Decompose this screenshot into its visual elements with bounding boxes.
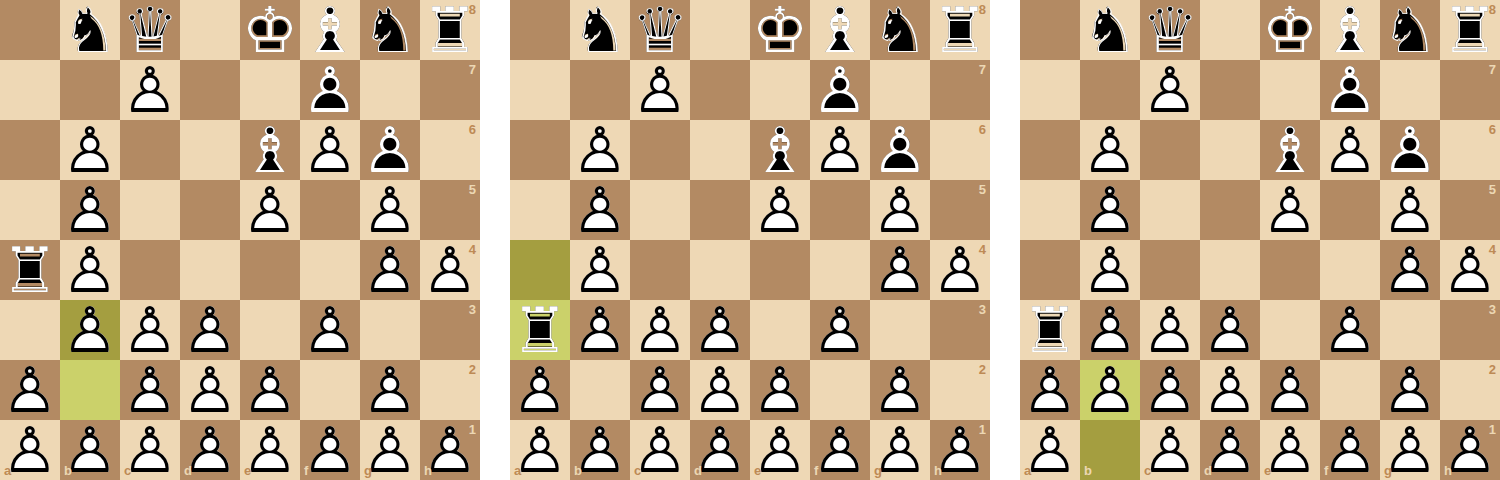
black-bishop[interactable]: ♝♗ [1320, 0, 1380, 60]
square-g7[interactable] [360, 60, 420, 120]
square-a7[interactable] [0, 60, 60, 120]
square-f5[interactable] [810, 180, 870, 240]
square-h1[interactable]: ♟♙h1 [420, 420, 480, 480]
square-h3[interactable]: 3 [930, 300, 990, 360]
square-f8[interactable]: ♝♗ [1320, 0, 1380, 60]
square-b3[interactable]: ♟♙ [570, 300, 630, 360]
square-c8[interactable]: ♛♕ [1140, 0, 1200, 60]
square-f1[interactable]: ♟♙f [300, 420, 360, 480]
square-g4[interactable]: ♟♙ [360, 240, 420, 300]
square-h2[interactable]: 2 [1440, 360, 1500, 420]
black-rook[interactable]: ♜♖ [420, 0, 480, 60]
white-pawn[interactable]: ♟♙ [240, 360, 300, 420]
square-d8[interactable] [180, 0, 240, 60]
square-e4[interactable] [240, 240, 300, 300]
square-c6[interactable] [120, 120, 180, 180]
square-b6[interactable]: ♟♙ [1080, 120, 1140, 180]
square-f8[interactable]: ♝♗ [810, 0, 870, 60]
white-pawn[interactable]: ♟♙ [1260, 420, 1320, 480]
white-pawn[interactable]: ♟♙ [690, 300, 750, 360]
square-h6[interactable]: 6 [420, 120, 480, 180]
square-h5[interactable]: 5 [930, 180, 990, 240]
square-g2[interactable]: ♟♙ [360, 360, 420, 420]
square-f1[interactable]: ♟♙f [810, 420, 870, 480]
square-g5[interactable]: ♟♙ [870, 180, 930, 240]
square-d5[interactable] [1200, 180, 1260, 240]
square-g6[interactable]: ♟♙ [360, 120, 420, 180]
square-h1[interactable]: ♟♙h1 [930, 420, 990, 480]
square-b4[interactable]: ♟♙ [570, 240, 630, 300]
black-pawn[interactable]: ♟♙ [360, 120, 420, 180]
white-pawn[interactable]: ♟♙ [420, 240, 480, 300]
square-b7[interactable] [1080, 60, 1140, 120]
square-f4[interactable] [810, 240, 870, 300]
black-bishop[interactable]: ♝♗ [810, 0, 870, 60]
white-pawn[interactable]: ♟♙ [1080, 360, 1140, 420]
square-b5[interactable]: ♟♙ [1080, 180, 1140, 240]
square-b6[interactable]: ♟♙ [570, 120, 630, 180]
white-pawn[interactable]: ♟♙ [570, 120, 630, 180]
square-h2[interactable]: 2 [420, 360, 480, 420]
square-d8[interactable] [690, 0, 750, 60]
square-a5[interactable] [1020, 180, 1080, 240]
square-d4[interactable] [1200, 240, 1260, 300]
square-d6[interactable] [1200, 120, 1260, 180]
square-a4[interactable]: ♜♖ [0, 240, 60, 300]
square-f7[interactable]: ♟♙ [300, 60, 360, 120]
white-pawn[interactable]: ♟♙ [510, 360, 570, 420]
square-d5[interactable] [180, 180, 240, 240]
white-pawn[interactable]: ♟♙ [1200, 360, 1260, 420]
white-pawn[interactable]: ♟♙ [300, 300, 360, 360]
square-b1[interactable]: b [1080, 420, 1140, 480]
white-pawn[interactable]: ♟♙ [570, 420, 630, 480]
square-e5[interactable]: ♟♙ [1260, 180, 1320, 240]
square-h3[interactable]: 3 [1440, 300, 1500, 360]
white-pawn[interactable]: ♟♙ [360, 360, 420, 420]
square-h6[interactable]: 6 [930, 120, 990, 180]
square-g4[interactable]: ♟♙ [1380, 240, 1440, 300]
black-rook[interactable]: ♜♖ [510, 300, 570, 360]
white-pawn[interactable]: ♟♙ [120, 300, 180, 360]
square-d7[interactable] [1200, 60, 1260, 120]
square-e1[interactable]: ♟♙e [1260, 420, 1320, 480]
square-e7[interactable] [240, 60, 300, 120]
black-pawn[interactable]: ♟♙ [1380, 120, 1440, 180]
white-pawn[interactable]: ♟♙ [1080, 180, 1140, 240]
square-a6[interactable] [1020, 120, 1080, 180]
white-pawn[interactable]: ♟♙ [810, 120, 870, 180]
square-c3[interactable]: ♟♙ [630, 300, 690, 360]
black-knight[interactable]: ♞♘ [570, 0, 630, 60]
square-f7[interactable]: ♟♙ [810, 60, 870, 120]
square-d1[interactable]: ♟♙d [180, 420, 240, 480]
square-e8[interactable]: ♚♔ [240, 0, 300, 60]
black-pawn[interactable]: ♟♙ [300, 60, 360, 120]
black-knight[interactable]: ♞♘ [360, 0, 420, 60]
square-a7[interactable] [510, 60, 570, 120]
square-a1[interactable]: ♟♙a [1020, 420, 1080, 480]
square-a2[interactable]: ♟♙ [1020, 360, 1080, 420]
square-b7[interactable] [60, 60, 120, 120]
square-f2[interactable] [300, 360, 360, 420]
square-e6[interactable]: ♝♗ [1260, 120, 1320, 180]
square-c2[interactable]: ♟♙ [1140, 360, 1200, 420]
square-a1[interactable]: ♟♙a [0, 420, 60, 480]
square-g8[interactable]: ♞♘ [870, 0, 930, 60]
white-pawn[interactable]: ♟♙ [1140, 60, 1200, 120]
square-b1[interactable]: ♟♙b [570, 420, 630, 480]
white-pawn[interactable]: ♟♙ [630, 360, 690, 420]
square-h7[interactable]: 7 [930, 60, 990, 120]
white-pawn[interactable]: ♟♙ [0, 360, 60, 420]
white-pawn[interactable]: ♟♙ [240, 180, 300, 240]
white-pawn[interactable]: ♟♙ [570, 180, 630, 240]
square-c1[interactable]: ♟♙c [120, 420, 180, 480]
white-pawn[interactable]: ♟♙ [360, 420, 420, 480]
square-e6[interactable]: ♝♗ [750, 120, 810, 180]
square-d8[interactable] [1200, 0, 1260, 60]
square-c4[interactable] [1140, 240, 1200, 300]
white-pawn[interactable]: ♟♙ [120, 60, 180, 120]
square-e7[interactable] [1260, 60, 1320, 120]
square-e2[interactable]: ♟♙ [750, 360, 810, 420]
white-pawn[interactable]: ♟♙ [870, 180, 930, 240]
square-e5[interactable]: ♟♙ [240, 180, 300, 240]
square-c7[interactable]: ♟♙ [630, 60, 690, 120]
black-rook[interactable]: ♜♖ [0, 240, 60, 300]
white-pawn[interactable]: ♟♙ [690, 420, 750, 480]
square-e7[interactable] [750, 60, 810, 120]
square-f5[interactable] [1320, 180, 1380, 240]
white-pawn[interactable]: ♟♙ [60, 120, 120, 180]
black-king[interactable]: ♚♔ [750, 0, 810, 60]
square-b7[interactable] [570, 60, 630, 120]
white-pawn[interactable]: ♟♙ [180, 300, 240, 360]
square-g3[interactable] [1380, 300, 1440, 360]
square-b5[interactable]: ♟♙ [60, 180, 120, 240]
white-pawn[interactable]: ♟♙ [180, 420, 240, 480]
square-d1[interactable]: ♟♙d [1200, 420, 1260, 480]
white-pawn[interactable]: ♟♙ [1200, 300, 1260, 360]
white-pawn[interactable]: ♟♙ [870, 240, 930, 300]
square-e4[interactable] [750, 240, 810, 300]
square-a6[interactable] [0, 120, 60, 180]
white-pawn[interactable]: ♟♙ [180, 360, 240, 420]
square-b2[interactable] [60, 360, 120, 420]
white-pawn[interactable]: ♟♙ [750, 420, 810, 480]
white-pawn[interactable]: ♟♙ [1260, 360, 1320, 420]
square-h7[interactable]: 7 [1440, 60, 1500, 120]
square-f4[interactable] [1320, 240, 1380, 300]
white-pawn[interactable]: ♟♙ [1380, 420, 1440, 480]
square-g7[interactable] [870, 60, 930, 120]
white-pawn[interactable]: ♟♙ [750, 180, 810, 240]
square-a7[interactable] [1020, 60, 1080, 120]
square-a4[interactable] [1020, 240, 1080, 300]
square-h5[interactable]: 5 [1440, 180, 1500, 240]
square-f2[interactable] [1320, 360, 1380, 420]
square-a8[interactable] [0, 0, 60, 60]
white-pawn[interactable]: ♟♙ [1380, 180, 1440, 240]
white-pawn[interactable]: ♟♙ [1440, 240, 1500, 300]
white-pawn[interactable]: ♟♙ [1140, 300, 1200, 360]
square-d4[interactable] [180, 240, 240, 300]
square-a4[interactable] [510, 240, 570, 300]
square-a1[interactable]: ♟♙a [510, 420, 570, 480]
black-queen[interactable]: ♛♕ [1140, 0, 1200, 60]
white-pawn[interactable]: ♟♙ [1020, 420, 1080, 480]
square-f6[interactable]: ♟♙ [810, 120, 870, 180]
black-king[interactable]: ♚♔ [1260, 0, 1320, 60]
square-c5[interactable] [1140, 180, 1200, 240]
square-c5[interactable] [630, 180, 690, 240]
square-g4[interactable]: ♟♙ [870, 240, 930, 300]
black-knight[interactable]: ♞♘ [1380, 0, 1440, 60]
square-f3[interactable]: ♟♙ [810, 300, 870, 360]
square-g8[interactable]: ♞♘ [1380, 0, 1440, 60]
square-a2[interactable]: ♟♙ [0, 360, 60, 420]
square-b3[interactable]: ♟♙ [1080, 300, 1140, 360]
white-pawn[interactable]: ♟♙ [1380, 360, 1440, 420]
square-e4[interactable] [1260, 240, 1320, 300]
black-knight[interactable]: ♞♘ [870, 0, 930, 60]
black-knight[interactable]: ♞♘ [1080, 0, 1140, 60]
square-a3[interactable] [0, 300, 60, 360]
square-c3[interactable]: ♟♙ [1140, 300, 1200, 360]
square-c8[interactable]: ♛♕ [120, 0, 180, 60]
square-a3[interactable]: ♜♖ [510, 300, 570, 360]
square-b1[interactable]: ♟♙b [60, 420, 120, 480]
black-king[interactable]: ♚♔ [240, 0, 300, 60]
square-c6[interactable] [1140, 120, 1200, 180]
white-pawn[interactable]: ♟♙ [1440, 420, 1500, 480]
square-b6[interactable]: ♟♙ [60, 120, 120, 180]
black-bishop[interactable]: ♝♗ [300, 0, 360, 60]
black-queen[interactable]: ♛♕ [630, 0, 690, 60]
white-pawn[interactable]: ♟♙ [630, 60, 690, 120]
white-pawn[interactable]: ♟♙ [300, 420, 360, 480]
square-d4[interactable] [690, 240, 750, 300]
white-pawn[interactable]: ♟♙ [570, 240, 630, 300]
square-e6[interactable]: ♝♗ [240, 120, 300, 180]
square-g6[interactable]: ♟♙ [870, 120, 930, 180]
square-b3[interactable]: ♟♙ [60, 300, 120, 360]
square-d6[interactable] [690, 120, 750, 180]
white-pawn[interactable]: ♟♙ [630, 420, 690, 480]
square-a5[interactable] [0, 180, 60, 240]
square-g1[interactable]: ♟♙g [1380, 420, 1440, 480]
black-bishop[interactable]: ♝♗ [1260, 120, 1320, 180]
square-e2[interactable]: ♟♙ [1260, 360, 1320, 420]
square-h4[interactable]: ♟♙4 [930, 240, 990, 300]
square-e2[interactable]: ♟♙ [240, 360, 300, 420]
square-d2[interactable]: ♟♙ [1200, 360, 1260, 420]
square-e3[interactable] [750, 300, 810, 360]
square-g1[interactable]: ♟♙g [360, 420, 420, 480]
white-pawn[interactable]: ♟♙ [1140, 420, 1200, 480]
square-g2[interactable]: ♟♙ [870, 360, 930, 420]
square-e5[interactable]: ♟♙ [750, 180, 810, 240]
square-d5[interactable] [690, 180, 750, 240]
square-d2[interactable]: ♟♙ [180, 360, 240, 420]
black-queen[interactable]: ♛♕ [120, 0, 180, 60]
square-e1[interactable]: ♟♙e [750, 420, 810, 480]
white-pawn[interactable]: ♟♙ [1260, 180, 1320, 240]
square-f7[interactable]: ♟♙ [1320, 60, 1380, 120]
black-rook[interactable]: ♜♖ [1020, 300, 1080, 360]
square-g5[interactable]: ♟♙ [1380, 180, 1440, 240]
square-e3[interactable] [240, 300, 300, 360]
square-h8[interactable]: ♜♖8 [1440, 0, 1500, 60]
square-c4[interactable] [120, 240, 180, 300]
white-pawn[interactable]: ♟♙ [1020, 360, 1080, 420]
white-pawn[interactable]: ♟♙ [60, 300, 120, 360]
white-pawn[interactable]: ♟♙ [1320, 120, 1380, 180]
white-pawn[interactable]: ♟♙ [1080, 120, 1140, 180]
square-b2[interactable]: ♟♙ [1080, 360, 1140, 420]
white-pawn[interactable]: ♟♙ [1080, 240, 1140, 300]
square-f1[interactable]: ♟♙f [1320, 420, 1380, 480]
black-pawn[interactable]: ♟♙ [870, 120, 930, 180]
white-pawn[interactable]: ♟♙ [1140, 360, 1200, 420]
black-bishop[interactable]: ♝♗ [750, 120, 810, 180]
square-h1[interactable]: ♟♙h1 [1440, 420, 1500, 480]
black-pawn[interactable]: ♟♙ [810, 60, 870, 120]
square-c6[interactable] [630, 120, 690, 180]
white-pawn[interactable]: ♟♙ [510, 420, 570, 480]
square-b4[interactable]: ♟♙ [1080, 240, 1140, 300]
square-g1[interactable]: ♟♙g [870, 420, 930, 480]
white-pawn[interactable]: ♟♙ [60, 420, 120, 480]
white-pawn[interactable]: ♟♙ [1320, 300, 1380, 360]
square-d3[interactable]: ♟♙ [180, 300, 240, 360]
square-e3[interactable] [1260, 300, 1320, 360]
square-e8[interactable]: ♚♔ [750, 0, 810, 60]
white-pawn[interactable]: ♟♙ [1320, 420, 1380, 480]
square-a2[interactable]: ♟♙ [510, 360, 570, 420]
white-pawn[interactable]: ♟♙ [60, 240, 120, 300]
white-pawn[interactable]: ♟♙ [870, 360, 930, 420]
square-d7[interactable] [180, 60, 240, 120]
square-g7[interactable] [1380, 60, 1440, 120]
square-f5[interactable] [300, 180, 360, 240]
white-pawn[interactable]: ♟♙ [0, 420, 60, 480]
white-pawn[interactable]: ♟♙ [120, 420, 180, 480]
square-c1[interactable]: ♟♙c [1140, 420, 1200, 480]
square-f3[interactable]: ♟♙ [1320, 300, 1380, 360]
square-h8[interactable]: ♜♖8 [420, 0, 480, 60]
square-f6[interactable]: ♟♙ [1320, 120, 1380, 180]
square-f2[interactable] [810, 360, 870, 420]
square-c3[interactable]: ♟♙ [120, 300, 180, 360]
white-pawn[interactable]: ♟♙ [420, 420, 480, 480]
white-pawn[interactable]: ♟♙ [750, 360, 810, 420]
square-g8[interactable]: ♞♘ [360, 0, 420, 60]
white-pawn[interactable]: ♟♙ [690, 360, 750, 420]
square-d7[interactable] [690, 60, 750, 120]
white-pawn[interactable]: ♟♙ [810, 300, 870, 360]
square-g3[interactable] [870, 300, 930, 360]
square-a5[interactable] [510, 180, 570, 240]
square-h3[interactable]: 3 [420, 300, 480, 360]
square-d3[interactable]: ♟♙ [690, 300, 750, 360]
white-pawn[interactable]: ♟♙ [810, 420, 870, 480]
white-pawn[interactable]: ♟♙ [570, 300, 630, 360]
white-pawn[interactable]: ♟♙ [360, 180, 420, 240]
white-pawn[interactable]: ♟♙ [300, 120, 360, 180]
square-c5[interactable] [120, 180, 180, 240]
white-pawn[interactable]: ♟♙ [1200, 420, 1260, 480]
white-pawn[interactable]: ♟♙ [1080, 300, 1140, 360]
white-pawn[interactable]: ♟♙ [120, 360, 180, 420]
square-a3[interactable]: ♜♖ [1020, 300, 1080, 360]
square-e8[interactable]: ♚♔ [1260, 0, 1320, 60]
black-knight[interactable]: ♞♘ [60, 0, 120, 60]
square-d1[interactable]: ♟♙d [690, 420, 750, 480]
white-pawn[interactable]: ♟♙ [930, 240, 990, 300]
square-b5[interactable]: ♟♙ [570, 180, 630, 240]
black-bishop[interactable]: ♝♗ [240, 120, 300, 180]
square-c2[interactable]: ♟♙ [120, 360, 180, 420]
black-rook[interactable]: ♜♖ [930, 0, 990, 60]
square-b8[interactable]: ♞♘ [60, 0, 120, 60]
square-c8[interactable]: ♛♕ [630, 0, 690, 60]
square-h4[interactable]: ♟♙4 [1440, 240, 1500, 300]
square-g3[interactable] [360, 300, 420, 360]
square-f4[interactable] [300, 240, 360, 300]
square-a6[interactable] [510, 120, 570, 180]
square-g2[interactable]: ♟♙ [1380, 360, 1440, 420]
square-d3[interactable]: ♟♙ [1200, 300, 1260, 360]
black-rook[interactable]: ♜♖ [1440, 0, 1500, 60]
square-c2[interactable]: ♟♙ [630, 360, 690, 420]
square-b2[interactable] [570, 360, 630, 420]
black-pawn[interactable]: ♟♙ [1320, 60, 1380, 120]
square-h2[interactable]: 2 [930, 360, 990, 420]
square-e1[interactable]: ♟♙e [240, 420, 300, 480]
white-pawn[interactable]: ♟♙ [870, 420, 930, 480]
square-d6[interactable] [180, 120, 240, 180]
white-pawn[interactable]: ♟♙ [360, 240, 420, 300]
square-c1[interactable]: ♟♙c [630, 420, 690, 480]
square-b8[interactable]: ♞♘ [1080, 0, 1140, 60]
square-h4[interactable]: ♟♙4 [420, 240, 480, 300]
square-f8[interactable]: ♝♗ [300, 0, 360, 60]
white-pawn[interactable]: ♟♙ [60, 180, 120, 240]
white-pawn[interactable]: ♟♙ [240, 420, 300, 480]
square-h8[interactable]: ♜♖8 [930, 0, 990, 60]
square-b4[interactable]: ♟♙ [60, 240, 120, 300]
square-b8[interactable]: ♞♘ [570, 0, 630, 60]
white-pawn[interactable]: ♟♙ [1380, 240, 1440, 300]
square-f6[interactable]: ♟♙ [300, 120, 360, 180]
white-pawn[interactable]: ♟♙ [630, 300, 690, 360]
square-f3[interactable]: ♟♙ [300, 300, 360, 360]
white-pawn[interactable]: ♟♙ [930, 420, 990, 480]
square-c7[interactable]: ♟♙ [1140, 60, 1200, 120]
square-a8[interactable] [1020, 0, 1080, 60]
square-h5[interactable]: 5 [420, 180, 480, 240]
square-g6[interactable]: ♟♙ [1380, 120, 1440, 180]
square-d2[interactable]: ♟♙ [690, 360, 750, 420]
square-a8[interactable] [510, 0, 570, 60]
square-c7[interactable]: ♟♙ [120, 60, 180, 120]
square-h6[interactable]: 6 [1440, 120, 1500, 180]
square-g5[interactable]: ♟♙ [360, 180, 420, 240]
square-h7[interactable]: 7 [420, 60, 480, 120]
square-c4[interactable] [630, 240, 690, 300]
